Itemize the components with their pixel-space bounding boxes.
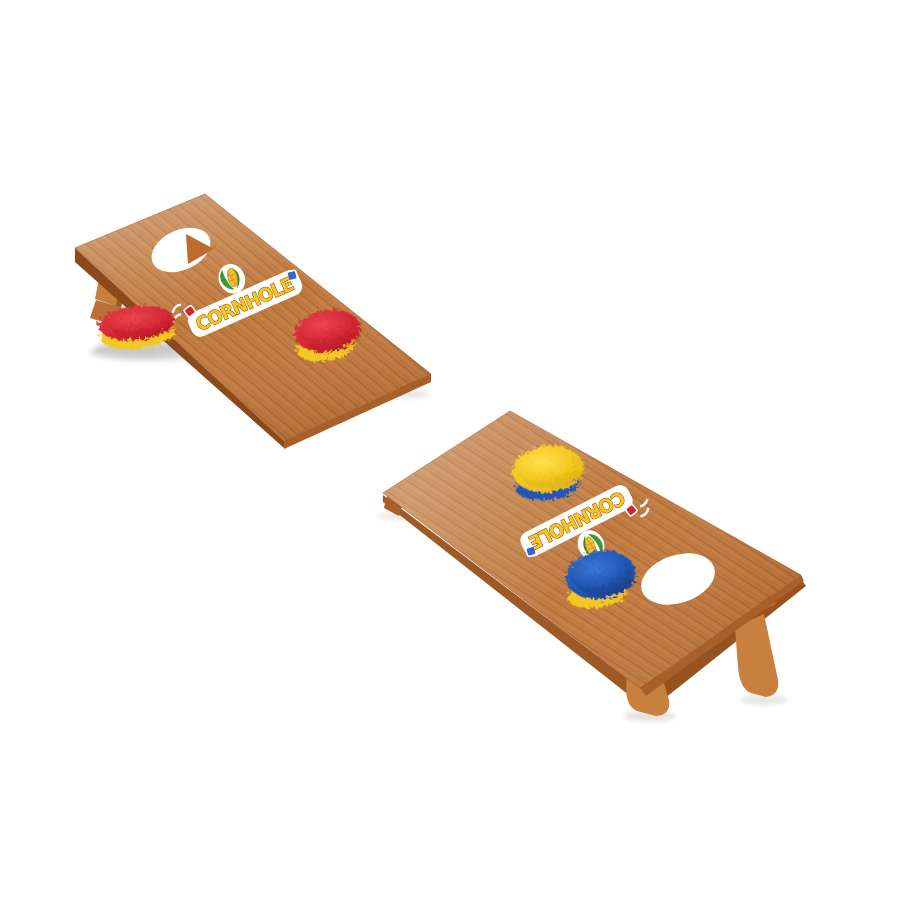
shadow-board-2-right-foot: [740, 695, 788, 705]
product-photo-canvas: CORNHOLE: [0, 0, 900, 900]
cornhole-scene: CORNHOLE: [0, 0, 900, 900]
